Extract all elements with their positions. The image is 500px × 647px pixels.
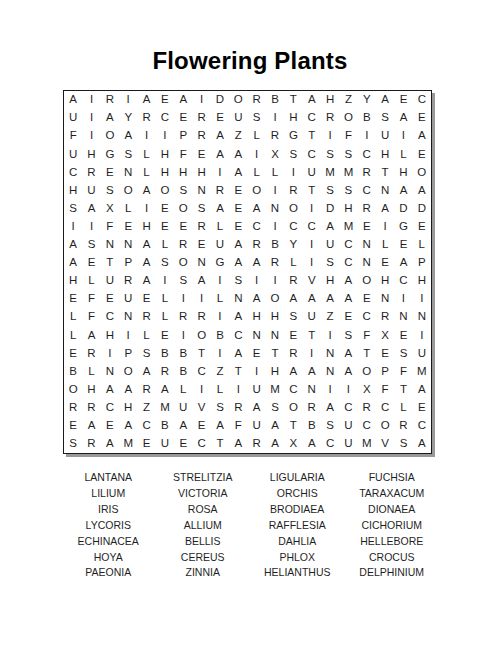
grid-cell[interactable]: R xyxy=(192,218,210,236)
grid-cell[interactable]: S xyxy=(321,145,339,163)
grid-cell[interactable]: C xyxy=(137,417,155,435)
grid-cell[interactable]: A xyxy=(119,381,137,399)
grid-cell[interactable]: N xyxy=(376,290,394,308)
grid-cell[interactable]: A xyxy=(137,182,155,200)
grid-cell[interactable]: T xyxy=(192,344,210,362)
grid-cell[interactable]: L xyxy=(137,145,155,163)
grid-cell[interactable]: A xyxy=(303,290,321,308)
grid-cell[interactable]: H xyxy=(119,399,137,417)
grid-cell[interactable]: I xyxy=(119,326,137,344)
grid-cell[interactable]: G xyxy=(284,127,302,145)
grid-cell[interactable]: T xyxy=(266,344,284,362)
grid-cell[interactable]: H xyxy=(339,200,357,218)
grid-cell[interactable]: T xyxy=(358,344,376,362)
grid-cell[interactable]: O xyxy=(339,109,357,127)
grid-cell[interactable]: C xyxy=(339,254,357,272)
grid-cell[interactable]: C xyxy=(339,236,357,254)
grid-cell[interactable]: T xyxy=(284,91,302,109)
grid-cell[interactable]: S xyxy=(137,344,155,362)
grid-cell[interactable]: O xyxy=(101,127,119,145)
grid-cell[interactable]: C xyxy=(192,363,210,381)
grid-cell[interactable]: L xyxy=(284,254,302,272)
grid-cell[interactable]: C xyxy=(101,308,119,326)
grid-cell[interactable]: S xyxy=(376,109,394,127)
grid-cell[interactable]: A xyxy=(248,290,266,308)
grid-cell[interactable]: E xyxy=(64,290,82,308)
grid-cell[interactable]: F xyxy=(64,127,82,145)
grid-cell[interactable]: A xyxy=(413,127,431,145)
grid-cell[interactable]: Z xyxy=(339,91,357,109)
grid-cell[interactable]: A xyxy=(119,417,137,435)
grid-cell[interactable]: I xyxy=(137,200,155,218)
grid-cell[interactable]: Z xyxy=(229,127,247,145)
grid-cell[interactable]: C xyxy=(303,109,321,127)
grid-cell[interactable]: O xyxy=(413,163,431,181)
grid-cell[interactable]: O xyxy=(376,417,394,435)
grid-cell[interactable]: L xyxy=(413,236,431,254)
grid-cell[interactable]: E xyxy=(174,109,192,127)
grid-cell[interactable]: S xyxy=(174,182,192,200)
grid-cell[interactable]: R xyxy=(358,399,376,417)
grid-cell[interactable]: I xyxy=(174,290,192,308)
grid-cell[interactable]: B xyxy=(174,363,192,381)
grid-cell[interactable]: U xyxy=(119,290,137,308)
grid-cell[interactable]: E xyxy=(413,145,431,163)
grid-cell[interactable]: E xyxy=(284,326,302,344)
grid-cell[interactable]: M xyxy=(119,435,137,453)
grid-cell[interactable]: A xyxy=(174,417,192,435)
grid-cell[interactable]: N xyxy=(119,308,137,326)
grid-cell[interactable]: E xyxy=(413,109,431,127)
grid-cell[interactable]: F xyxy=(82,308,100,326)
grid-cell[interactable]: E xyxy=(156,200,174,218)
grid-cell[interactable]: I xyxy=(119,91,137,109)
grid-cell[interactable]: L xyxy=(211,290,229,308)
grid-cell[interactable]: L xyxy=(266,163,284,181)
grid-cell[interactable]: U xyxy=(303,308,321,326)
grid-cell[interactable]: A xyxy=(137,254,155,272)
grid-cell[interactable]: A xyxy=(119,127,137,145)
grid-cell[interactable]: N xyxy=(303,381,321,399)
grid-cell[interactable]: A xyxy=(211,145,229,163)
grid-cell[interactable]: R xyxy=(82,435,100,453)
grid-cell[interactable]: B xyxy=(303,417,321,435)
grid-cell[interactable]: C xyxy=(358,182,376,200)
grid-cell[interactable]: E xyxy=(174,218,192,236)
grid-cell[interactable]: E xyxy=(137,435,155,453)
grid-cell[interactable]: R xyxy=(192,109,210,127)
grid-cell[interactable]: S xyxy=(339,182,357,200)
grid-cell[interactable]: A xyxy=(137,272,155,290)
grid-cell[interactable]: B xyxy=(156,417,174,435)
grid-cell[interactable]: E xyxy=(248,344,266,362)
grid-cell[interactable]: H xyxy=(266,308,284,326)
grid-cell[interactable]: T xyxy=(303,326,321,344)
grid-cell[interactable]: L xyxy=(394,399,412,417)
grid-cell[interactable]: I xyxy=(321,381,339,399)
grid-cell[interactable]: D xyxy=(321,200,339,218)
grid-cell[interactable]: I xyxy=(211,272,229,290)
grid-cell[interactable]: R xyxy=(303,399,321,417)
grid-cell[interactable]: I xyxy=(82,109,100,127)
grid-cell[interactable]: M xyxy=(321,163,339,181)
grid-cell[interactable]: H xyxy=(284,109,302,127)
grid-cell[interactable]: A xyxy=(192,272,210,290)
grid-cell[interactable]: R xyxy=(192,308,210,326)
grid-cell[interactable]: S xyxy=(339,326,357,344)
grid-cell[interactable]: S xyxy=(321,417,339,435)
grid-cell[interactable]: R xyxy=(284,182,302,200)
grid-cell[interactable]: S xyxy=(321,254,339,272)
grid-cell[interactable]: A xyxy=(229,236,247,254)
grid-cell[interactable]: S xyxy=(394,344,412,362)
grid-cell[interactable]: I xyxy=(248,272,266,290)
grid-cell[interactable]: I xyxy=(248,145,266,163)
grid-cell[interactable]: X xyxy=(266,145,284,163)
grid-cell[interactable]: I xyxy=(211,163,229,181)
grid-cell[interactable]: F xyxy=(394,363,412,381)
grid-cell[interactable]: A xyxy=(211,127,229,145)
grid-cell[interactable]: G xyxy=(101,145,119,163)
grid-cell[interactable]: E xyxy=(119,218,137,236)
grid-cell[interactable]: A xyxy=(248,200,266,218)
grid-cell[interactable]: L xyxy=(64,326,82,344)
grid-cell[interactable]: R xyxy=(358,200,376,218)
grid-cell[interactable]: E xyxy=(192,236,210,254)
grid-cell[interactable]: C xyxy=(64,163,82,181)
grid-cell[interactable]: Z xyxy=(137,399,155,417)
grid-cell[interactable]: U xyxy=(248,381,266,399)
grid-cell[interactable]: N xyxy=(119,163,137,181)
grid-cell[interactable]: U xyxy=(101,272,119,290)
grid-cell[interactable]: I xyxy=(174,326,192,344)
grid-cell[interactable]: E xyxy=(82,254,100,272)
grid-cell[interactable]: F xyxy=(358,326,376,344)
grid-cell[interactable]: L xyxy=(248,127,266,145)
grid-cell[interactable]: M xyxy=(358,435,376,453)
grid-cell[interactable]: E xyxy=(229,218,247,236)
grid-cell[interactable]: N xyxy=(321,363,339,381)
grid-cell[interactable]: A xyxy=(101,109,119,127)
grid-cell[interactable]: A xyxy=(248,254,266,272)
grid-cell[interactable]: H xyxy=(394,163,412,181)
grid-cell[interactable]: S xyxy=(284,145,302,163)
grid-cell[interactable]: I xyxy=(266,109,284,127)
grid-cell[interactable]: T xyxy=(211,435,229,453)
grid-cell[interactable]: A xyxy=(413,182,431,200)
grid-cell[interactable]: A xyxy=(376,91,394,109)
grid-cell[interactable]: O xyxy=(358,363,376,381)
grid-cell[interactable]: U xyxy=(339,435,357,453)
grid-cell[interactable]: E xyxy=(156,326,174,344)
grid-cell[interactable]: F xyxy=(82,290,100,308)
grid-cell[interactable]: A xyxy=(248,399,266,417)
grid-cell[interactable]: A xyxy=(101,381,119,399)
grid-cell[interactable]: A xyxy=(266,435,284,453)
grid-cell[interactable]: A xyxy=(303,363,321,381)
grid-cell[interactable]: A xyxy=(284,290,302,308)
grid-cell[interactable]: B xyxy=(64,363,82,381)
grid-cell[interactable]: C xyxy=(394,272,412,290)
grid-cell[interactable]: U xyxy=(82,182,100,200)
grid-cell[interactable]: A xyxy=(303,91,321,109)
grid-cell[interactable]: R xyxy=(192,127,210,145)
grid-cell[interactable]: L xyxy=(156,290,174,308)
grid-cell[interactable]: I xyxy=(211,308,229,326)
grid-cell[interactable]: I xyxy=(303,200,321,218)
grid-cell[interactable]: S xyxy=(229,272,247,290)
grid-cell[interactable]: S xyxy=(192,200,210,218)
grid-cell[interactable]: X xyxy=(376,326,394,344)
grid-cell[interactable]: S xyxy=(266,399,284,417)
grid-cell[interactable]: E xyxy=(376,344,394,362)
grid-cell[interactable]: F xyxy=(174,145,192,163)
grid-cell[interactable]: A xyxy=(101,435,119,453)
grid-cell[interactable]: I xyxy=(248,363,266,381)
grid-cell[interactable]: C xyxy=(101,399,119,417)
grid-cell[interactable]: S xyxy=(321,182,339,200)
grid-cell[interactable]: R xyxy=(211,182,229,200)
grid-cell[interactable]: O xyxy=(119,182,137,200)
grid-cell[interactable]: P xyxy=(119,254,137,272)
grid-cell[interactable]: C xyxy=(413,91,431,109)
grid-cell[interactable]: E xyxy=(137,290,155,308)
grid-cell[interactable]: R xyxy=(137,381,155,399)
grid-cell[interactable]: Y xyxy=(284,236,302,254)
grid-cell[interactable]: O xyxy=(192,326,210,344)
grid-cell[interactable]: A xyxy=(303,435,321,453)
grid-cell[interactable]: A xyxy=(64,91,82,109)
grid-cell[interactable]: A xyxy=(137,363,155,381)
grid-cell[interactable]: T xyxy=(303,127,321,145)
grid-cell[interactable]: C xyxy=(284,381,302,399)
grid-cell[interactable]: I xyxy=(266,218,284,236)
grid-cell[interactable]: E xyxy=(64,344,82,362)
grid-cell[interactable]: E xyxy=(156,218,174,236)
grid-cell[interactable]: I xyxy=(156,272,174,290)
grid-cell[interactable]: N xyxy=(229,290,247,308)
grid-cell[interactable]: B xyxy=(266,91,284,109)
grid-cell[interactable]: A xyxy=(64,254,82,272)
grid-cell[interactable]: C xyxy=(192,435,210,453)
grid-cell[interactable]: L xyxy=(376,236,394,254)
grid-cell[interactable]: S xyxy=(82,236,100,254)
grid-cell[interactable]: C xyxy=(413,417,431,435)
grid-cell[interactable]: E xyxy=(413,399,431,417)
grid-cell[interactable]: P xyxy=(119,344,137,362)
grid-cell[interactable]: E xyxy=(156,91,174,109)
grid-cell[interactable]: R xyxy=(64,399,82,417)
grid-cell[interactable]: E xyxy=(358,290,376,308)
grid-cell[interactable]: H xyxy=(376,272,394,290)
grid-cell[interactable]: H xyxy=(64,182,82,200)
grid-cell[interactable]: Y xyxy=(119,109,137,127)
grid-cell[interactable]: R xyxy=(358,163,376,181)
grid-cell[interactable]: N xyxy=(101,363,119,381)
grid-cell[interactable]: R xyxy=(156,363,174,381)
grid-cell[interactable]: O xyxy=(229,91,247,109)
grid-cell[interactable]: A xyxy=(229,145,247,163)
grid-cell[interactable]: H xyxy=(82,381,100,399)
grid-cell[interactable]: H xyxy=(156,145,174,163)
grid-cell[interactable]: I xyxy=(321,127,339,145)
grid-cell[interactable]: G xyxy=(394,218,412,236)
grid-cell[interactable]: N xyxy=(321,344,339,362)
grid-cell[interactable]: A xyxy=(82,200,100,218)
grid-cell[interactable]: S xyxy=(174,272,192,290)
grid-cell[interactable]: R xyxy=(137,109,155,127)
grid-cell[interactable]: A xyxy=(413,381,431,399)
grid-cell[interactable]: S xyxy=(64,200,82,218)
grid-cell[interactable]: B xyxy=(211,326,229,344)
grid-cell[interactable]: A xyxy=(321,218,339,236)
grid-cell[interactable]: U xyxy=(376,127,394,145)
grid-cell[interactable]: H xyxy=(192,163,210,181)
grid-cell[interactable]: A xyxy=(174,91,192,109)
grid-cell[interactable]: E xyxy=(394,91,412,109)
grid-cell[interactable]: U xyxy=(248,417,266,435)
grid-cell[interactable]: S xyxy=(64,435,82,453)
grid-cell[interactable]: I xyxy=(413,290,431,308)
grid-cell[interactable]: N xyxy=(119,236,137,254)
grid-cell[interactable]: T xyxy=(284,417,302,435)
grid-cell[interactable]: E xyxy=(174,435,192,453)
grid-cell[interactable]: I xyxy=(192,381,210,399)
grid-cell[interactable]: O xyxy=(284,399,302,417)
grid-cell[interactable]: R xyxy=(174,308,192,326)
grid-cell[interactable]: A xyxy=(229,344,247,362)
grid-cell[interactable]: D xyxy=(394,200,412,218)
grid-cell[interactable]: R xyxy=(137,308,155,326)
grid-cell[interactable]: C xyxy=(303,218,321,236)
grid-cell[interactable]: Z xyxy=(211,363,229,381)
grid-cell[interactable]: T xyxy=(376,163,394,181)
grid-cell[interactable]: D xyxy=(413,200,431,218)
grid-cell[interactable]: B xyxy=(358,109,376,127)
grid-cell[interactable]: R xyxy=(266,254,284,272)
grid-cell[interactable]: I xyxy=(211,344,229,362)
grid-cell[interactable]: U xyxy=(339,417,357,435)
grid-cell[interactable]: P xyxy=(174,127,192,145)
grid-cell[interactable]: B xyxy=(174,344,192,362)
grid-cell[interactable]: H xyxy=(156,163,174,181)
grid-cell[interactable]: I xyxy=(192,290,210,308)
grid-cell[interactable]: I xyxy=(82,218,100,236)
grid-cell[interactable]: E xyxy=(192,145,210,163)
grid-cell[interactable]: N xyxy=(248,326,266,344)
grid-cell[interactable]: O xyxy=(156,182,174,200)
grid-cell[interactable]: C xyxy=(303,145,321,163)
grid-cell[interactable]: C xyxy=(229,326,247,344)
grid-cell[interactable]: R xyxy=(266,127,284,145)
grid-cell[interactable]: I xyxy=(64,218,82,236)
grid-cell[interactable]: X xyxy=(101,200,119,218)
grid-cell[interactable]: N xyxy=(376,182,394,200)
grid-cell[interactable]: E xyxy=(101,163,119,181)
grid-cell[interactable]: M xyxy=(156,399,174,417)
grid-cell[interactable]: L xyxy=(64,308,82,326)
grid-cell[interactable]: O xyxy=(119,363,137,381)
grid-cell[interactable]: L xyxy=(156,236,174,254)
grid-cell[interactable]: E xyxy=(64,417,82,435)
grid-cell[interactable]: H xyxy=(413,272,431,290)
grid-cell[interactable]: A xyxy=(82,417,100,435)
grid-cell[interactable]: S xyxy=(284,308,302,326)
grid-cell[interactable]: A xyxy=(284,363,302,381)
grid-cell[interactable]: C xyxy=(376,399,394,417)
grid-cell[interactable]: E xyxy=(413,218,431,236)
grid-cell[interactable]: N xyxy=(413,308,431,326)
grid-cell[interactable]: U xyxy=(321,236,339,254)
grid-cell[interactable]: C xyxy=(358,417,376,435)
grid-cell[interactable]: U xyxy=(64,109,82,127)
grid-cell[interactable]: S xyxy=(211,399,229,417)
grid-cell[interactable]: E xyxy=(229,200,247,218)
grid-cell[interactable]: U xyxy=(229,109,247,127)
grid-cell[interactable]: I xyxy=(284,163,302,181)
grid-cell[interactable]: C xyxy=(358,308,376,326)
grid-cell[interactable]: P xyxy=(376,363,394,381)
grid-cell[interactable]: H xyxy=(321,272,339,290)
grid-cell[interactable]: R xyxy=(394,417,412,435)
grid-cell[interactable]: I xyxy=(303,344,321,362)
grid-cell[interactable]: C xyxy=(358,145,376,163)
grid-cell[interactable]: U xyxy=(64,145,82,163)
grid-cell[interactable]: R xyxy=(376,308,394,326)
grid-cell[interactable]: R xyxy=(321,109,339,127)
grid-cell[interactable]: M xyxy=(413,363,431,381)
grid-cell[interactable]: N xyxy=(101,236,119,254)
grid-cell[interactable]: E xyxy=(229,182,247,200)
grid-cell[interactable]: I xyxy=(413,326,431,344)
grid-cell[interactable]: N xyxy=(266,200,284,218)
grid-cell[interactable]: A xyxy=(339,290,357,308)
grid-cell[interactable]: U xyxy=(156,435,174,453)
grid-cell[interactable]: O xyxy=(266,290,284,308)
grid-cell[interactable]: I xyxy=(266,182,284,200)
grid-cell[interactable]: S xyxy=(101,182,119,200)
grid-cell[interactable]: R xyxy=(248,435,266,453)
grid-cell[interactable]: A xyxy=(82,326,100,344)
grid-cell[interactable]: A xyxy=(394,254,412,272)
grid-cell[interactable]: H xyxy=(266,363,284,381)
grid-cell[interactable]: L xyxy=(82,272,100,290)
grid-cell[interactable]: I xyxy=(339,381,357,399)
grid-cell[interactable]: F xyxy=(101,218,119,236)
grid-cell[interactable]: A xyxy=(137,236,155,254)
grid-cell[interactable]: B xyxy=(156,344,174,362)
grid-cell[interactable]: A xyxy=(156,381,174,399)
grid-cell[interactable]: A xyxy=(229,254,247,272)
grid-cell[interactable]: S xyxy=(394,435,412,453)
grid-cell[interactable]: H xyxy=(376,145,394,163)
grid-cell[interactable]: C xyxy=(284,218,302,236)
grid-cell[interactable]: X xyxy=(284,435,302,453)
grid-cell[interactable]: I xyxy=(82,127,100,145)
grid-cell[interactable]: E xyxy=(376,254,394,272)
grid-cell[interactable]: I xyxy=(266,272,284,290)
grid-cell[interactable]: I xyxy=(303,236,321,254)
grid-cell[interactable]: R xyxy=(284,272,302,290)
grid-cell[interactable]: I xyxy=(82,91,100,109)
grid-cell[interactable]: Z xyxy=(321,308,339,326)
grid-cell[interactable]: L xyxy=(248,163,266,181)
grid-cell[interactable]: A xyxy=(229,163,247,181)
grid-cell[interactable]: A xyxy=(394,109,412,127)
grid-cell[interactable]: U xyxy=(413,344,431,362)
grid-cell[interactable]: N xyxy=(266,326,284,344)
grid-cell[interactable]: O xyxy=(284,200,302,218)
